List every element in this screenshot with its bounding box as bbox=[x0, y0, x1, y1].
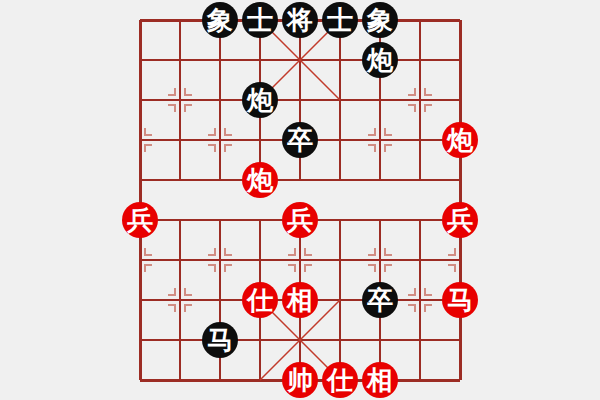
piece-red-soldier[interactable]: 兵 bbox=[120, 200, 160, 240]
black-horse-glyph: 马 bbox=[202, 322, 238, 358]
piece-red-soldier[interactable]: 兵 bbox=[440, 200, 480, 240]
piece-red-horse[interactable]: 马 bbox=[440, 280, 480, 320]
black-elephant-glyph: 象 bbox=[362, 2, 398, 38]
xiangqi-screenshot: 象士将士象炮炮卒卒马炮炮兵兵兵仕相马帅仕相 bbox=[0, 0, 600, 400]
red-cannon-glyph: 炮 bbox=[442, 122, 478, 158]
piece-black-elephant[interactable]: 象 bbox=[360, 0, 400, 40]
piece-black-cannon[interactable]: 炮 bbox=[360, 40, 400, 80]
red-soldier-glyph: 兵 bbox=[442, 202, 478, 238]
red-advisor-glyph: 仕 bbox=[242, 282, 278, 318]
black-advisor-glyph: 士 bbox=[322, 2, 358, 38]
red-king-glyph: 帅 bbox=[282, 362, 318, 398]
piece-red-elephant[interactable]: 相 bbox=[280, 280, 320, 320]
piece-black-cannon[interactable]: 炮 bbox=[240, 80, 280, 120]
red-elephant-glyph: 相 bbox=[282, 282, 318, 318]
piece-red-elephant[interactable]: 相 bbox=[360, 360, 400, 400]
piece-red-advisor[interactable]: 仕 bbox=[240, 280, 280, 320]
black-cannon-glyph: 炮 bbox=[362, 42, 398, 78]
piece-black-advisor[interactable]: 士 bbox=[320, 0, 360, 40]
piece-black-soldier[interactable]: 卒 bbox=[280, 120, 320, 160]
red-advisor-glyph: 仕 bbox=[322, 362, 358, 398]
red-elephant-glyph: 相 bbox=[362, 362, 398, 398]
red-soldier-glyph: 兵 bbox=[122, 202, 158, 238]
piece-black-horse[interactable]: 马 bbox=[200, 320, 240, 360]
piece-black-soldier[interactable]: 卒 bbox=[360, 280, 400, 320]
red-horse-glyph: 马 bbox=[442, 282, 478, 318]
black-cannon-glyph: 炮 bbox=[242, 82, 278, 118]
black-advisor-glyph: 士 bbox=[242, 2, 278, 38]
piece-black-advisor[interactable]: 士 bbox=[240, 0, 280, 40]
piece-black-elephant[interactable]: 象 bbox=[200, 0, 240, 40]
black-soldier-glyph: 卒 bbox=[362, 282, 398, 318]
piece-red-king[interactable]: 帅 bbox=[280, 360, 320, 400]
black-general-glyph: 将 bbox=[282, 2, 318, 38]
black-soldier-glyph: 卒 bbox=[282, 122, 318, 158]
piece-red-cannon[interactable]: 炮 bbox=[440, 120, 480, 160]
piece-black-general[interactable]: 将 bbox=[280, 0, 320, 40]
xiangqi-board[interactable]: 象士将士象炮炮卒卒马炮炮兵兵兵仕相马帅仕相 bbox=[120, 0, 480, 400]
red-cannon-glyph: 炮 bbox=[242, 162, 278, 198]
piece-red-advisor[interactable]: 仕 bbox=[320, 360, 360, 400]
piece-red-cannon[interactable]: 炮 bbox=[240, 160, 280, 200]
black-elephant-glyph: 象 bbox=[202, 2, 238, 38]
red-soldier-glyph: 兵 bbox=[282, 202, 318, 238]
piece-red-soldier[interactable]: 兵 bbox=[280, 200, 320, 240]
